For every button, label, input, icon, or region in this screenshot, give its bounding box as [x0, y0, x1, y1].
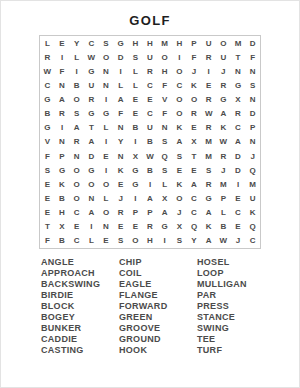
grid-cell-k8[interactable]: X	[187, 135, 202, 149]
grid-cell-m4[interactable]: R	[216, 78, 231, 92]
grid-cell-k13[interactable]: C	[187, 206, 202, 220]
grid-cell-j8[interactable]: A	[172, 135, 187, 149]
word-item: SWING	[197, 323, 247, 334]
grid-cell-n10[interactable]: D	[231, 163, 246, 177]
grid-cell-d8[interactable]: A	[84, 135, 99, 149]
grid-cell-j12[interactable]: O	[172, 191, 187, 205]
grid-cell-g3[interactable]: L	[128, 64, 143, 78]
grid-cell-a4[interactable]: C	[40, 78, 55, 92]
grid-cell-b5[interactable]: A	[55, 93, 70, 107]
grid-cell-h1[interactable]: H	[143, 36, 158, 50]
grid-cell-b2[interactable]: I	[55, 50, 70, 64]
grid-cell-m13[interactable]: L	[216, 206, 231, 220]
grid-cell-n6[interactable]: R	[231, 107, 246, 121]
grid-cell-o4[interactable]: S	[245, 78, 260, 92]
grid-cell-b7[interactable]: I	[55, 121, 70, 135]
grid-cell-m14[interactable]: B	[216, 220, 231, 234]
word-item: GREEN	[119, 312, 197, 323]
grid-cell-d12[interactable]: N	[84, 191, 99, 205]
grid-cell-m5[interactable]: G	[216, 93, 231, 107]
grid-cell-n13[interactable]: C	[231, 206, 246, 220]
grid-cell-o7[interactable]: P	[245, 121, 260, 135]
grid-cell-b8[interactable]: N	[55, 135, 70, 149]
grid-cell-f11[interactable]: E	[113, 177, 128, 191]
word-item: HOOK	[119, 345, 197, 356]
grid-cell-k15[interactable]: Y	[187, 234, 202, 248]
word-list: ANGLEAPPROACHBACKSWINGBIRDIEBLOCKBOGEYBU…	[41, 257, 299, 356]
word-item: LOOP	[197, 268, 247, 279]
grid-cell-a15[interactable]: F	[40, 234, 55, 248]
letter-grid: LEYCSGHHMHPUOMDRILWODSUOIFRUTFWFIGNILRHO…	[39, 35, 261, 249]
grid-cell-e12[interactable]: L	[99, 191, 114, 205]
grid-cell-g8[interactable]: I	[128, 135, 143, 149]
grid-cell-h10[interactable]: B	[143, 163, 158, 177]
grid-cell-b15[interactable]: B	[55, 234, 70, 248]
grid-cell-m8[interactable]: W	[216, 135, 231, 149]
word-column-1: ANGLEAPPROACHBACKSWINGBIRDIEBLOCKBOGEYBU…	[41, 257, 119, 356]
grid-cell-l6[interactable]: W	[201, 107, 216, 121]
grid-cell-g10[interactable]: G	[128, 163, 143, 177]
grid-cell-o15[interactable]: C	[245, 234, 260, 248]
grid-cell-i13[interactable]: A	[157, 206, 172, 220]
grid-cell-o3[interactable]: N	[245, 64, 260, 78]
grid-cell-d2[interactable]: W	[84, 50, 99, 64]
grid-cell-a1[interactable]: L	[40, 36, 55, 50]
grid-cell-c1[interactable]: Y	[69, 36, 84, 50]
grid-cell-l7[interactable]: R	[201, 121, 216, 135]
grid-cell-g11[interactable]: G	[128, 177, 143, 191]
word-item: GROOVE	[119, 323, 197, 334]
word-item: BUNKER	[41, 323, 119, 334]
grid-cell-c12[interactable]: O	[69, 191, 84, 205]
grid-cell-i15[interactable]: I	[157, 234, 172, 248]
grid-cell-l4[interactable]: E	[201, 78, 216, 92]
grid-cell-j10[interactable]: E	[172, 163, 187, 177]
grid-cell-f2[interactable]: D	[113, 50, 128, 64]
grid-cell-b4[interactable]: N	[55, 78, 70, 92]
grid-cell-n8[interactable]: A	[231, 135, 246, 149]
grid-cell-m10[interactable]: J	[216, 163, 231, 177]
grid-cell-k10[interactable]: E	[187, 163, 202, 177]
grid-cell-a10[interactable]: S	[40, 163, 55, 177]
grid-cell-e13[interactable]: O	[99, 206, 114, 220]
grid-cell-g13[interactable]: P	[128, 206, 143, 220]
grid-cell-k1[interactable]: P	[187, 36, 202, 50]
grid-cell-i12[interactable]: X	[157, 191, 172, 205]
grid-cell-c7[interactable]: A	[69, 121, 84, 135]
grid-cell-g9[interactable]: X	[128, 149, 143, 163]
grid-cell-c2[interactable]: L	[69, 50, 84, 64]
grid-cell-a7[interactable]: G	[40, 121, 55, 135]
grid-cell-n15[interactable]: J	[231, 234, 246, 248]
grid-cell-c6[interactable]: S	[69, 107, 84, 121]
grid-cell-g14[interactable]: E	[128, 220, 143, 234]
grid-cell-d1[interactable]: C	[84, 36, 99, 50]
grid-cell-a6[interactable]: B	[40, 107, 55, 121]
grid-cell-c15[interactable]: C	[69, 234, 84, 248]
grid-cell-o1[interactable]: D	[245, 36, 260, 50]
grid-cell-a9[interactable]: F	[40, 149, 55, 163]
grid-cell-f5[interactable]: A	[113, 93, 128, 107]
grid-cell-i7[interactable]: N	[157, 121, 172, 135]
grid-cell-i5[interactable]: V	[157, 93, 172, 107]
grid-cell-e15[interactable]: E	[99, 234, 114, 248]
grid-cell-j7[interactable]: K	[172, 121, 187, 135]
grid-cell-l2[interactable]: R	[201, 50, 216, 64]
grid-cell-b10[interactable]: G	[55, 163, 70, 177]
grid-cell-m15[interactable]: W	[216, 234, 231, 248]
grid-cell-o11[interactable]: M	[245, 177, 260, 191]
grid-cell-e3[interactable]: N	[99, 64, 114, 78]
grid-cell-e14[interactable]: N	[99, 220, 114, 234]
grid-cell-h9[interactable]: W	[143, 149, 158, 163]
word-item: COIL	[119, 268, 197, 279]
word-item: STANCE	[197, 312, 247, 323]
grid-cell-k6[interactable]: R	[187, 107, 202, 121]
grid-cell-b1[interactable]: E	[55, 36, 70, 50]
grid-cell-c4[interactable]: B	[69, 78, 84, 92]
grid-cell-i2[interactable]: O	[157, 50, 172, 64]
grid-cell-f15[interactable]: S	[113, 234, 128, 248]
grid-cell-n11[interactable]: I	[231, 177, 246, 191]
word-item: BOGEY	[41, 312, 119, 323]
grid-cell-c14[interactable]: E	[69, 220, 84, 234]
grid-cell-e5[interactable]: I	[99, 93, 114, 107]
grid-cell-j1[interactable]: H	[172, 36, 187, 50]
word-item: BLOCK	[41, 301, 119, 312]
grid-cell-e9[interactable]: E	[99, 149, 114, 163]
grid-cell-d10[interactable]: G	[84, 163, 99, 177]
grid-cell-j15[interactable]: S	[172, 234, 187, 248]
word-item: FLANGE	[119, 290, 197, 301]
grid-cell-n14[interactable]: E	[231, 220, 246, 234]
grid-cell-a3[interactable]: W	[40, 64, 55, 78]
grid-cell-a13[interactable]: E	[40, 206, 55, 220]
grid-cell-d3[interactable]: G	[84, 64, 99, 78]
grid-cell-g2[interactable]: S	[128, 50, 143, 64]
grid-cell-b11[interactable]: K	[55, 177, 70, 191]
grid-cell-k5[interactable]: O	[187, 93, 202, 107]
grid-cell-h7[interactable]: U	[143, 121, 158, 135]
grid-cell-i11[interactable]: L	[157, 177, 172, 191]
grid-cell-e1[interactable]: S	[99, 36, 114, 50]
grid-cell-i10[interactable]: S	[157, 163, 172, 177]
grid-cell-e11[interactable]: O	[99, 177, 114, 191]
grid-cell-h2[interactable]: U	[143, 50, 158, 64]
grid-cell-j11[interactable]: K	[172, 177, 187, 191]
grid-cell-e4[interactable]: N	[99, 78, 114, 92]
grid-cell-m6[interactable]: A	[216, 107, 231, 121]
grid-cell-j2[interactable]: I	[172, 50, 187, 64]
grid-cell-o6[interactable]: D	[245, 107, 260, 121]
grid-cell-o8[interactable]: N	[245, 135, 260, 149]
grid-cell-m7[interactable]: K	[216, 121, 231, 135]
grid-cell-b14[interactable]: X	[55, 220, 70, 234]
grid-cell-f13[interactable]: R	[113, 206, 128, 220]
word-item: CASTING	[41, 345, 119, 356]
grid-cell-d4[interactable]: U	[84, 78, 99, 92]
grid-cell-d15[interactable]: L	[84, 234, 99, 248]
grid-cell-f14[interactable]: E	[113, 220, 128, 234]
grid-cell-m1[interactable]: O	[216, 36, 231, 50]
grid-cell-e7[interactable]: L	[99, 121, 114, 135]
grid-cell-g6[interactable]: E	[128, 107, 143, 121]
grid-cell-k4[interactable]: K	[187, 78, 202, 92]
grid-cell-f10[interactable]: K	[113, 163, 128, 177]
grid-cell-l15[interactable]: A	[201, 234, 216, 248]
grid-cell-g15[interactable]: O	[128, 234, 143, 248]
grid-cell-l9[interactable]: M	[201, 149, 216, 163]
word-item: CHIP	[119, 257, 197, 268]
grid-cell-f8[interactable]: Y	[113, 135, 128, 149]
grid-cell-h6[interactable]: C	[143, 107, 158, 121]
grid-cell-e10[interactable]: I	[99, 163, 114, 177]
grid-cell-b6[interactable]: R	[55, 107, 70, 121]
grid-cell-c11[interactable]: O	[69, 177, 84, 191]
grid-cell-o14[interactable]: Q	[245, 220, 260, 234]
grid-cell-n4[interactable]: G	[231, 78, 246, 92]
word-item: ANGLE	[41, 257, 119, 268]
grid-cell-o10[interactable]: Q	[245, 163, 260, 177]
grid-cell-n12[interactable]: E	[231, 191, 246, 205]
grid-cell-k11[interactable]: A	[187, 177, 202, 191]
grid-cell-l5[interactable]: R	[201, 93, 216, 107]
grid-cell-c13[interactable]: C	[69, 206, 84, 220]
grid-cell-j5[interactable]: O	[172, 93, 187, 107]
grid-cell-h3[interactable]: R	[143, 64, 158, 78]
grid-cell-n9[interactable]: D	[231, 149, 246, 163]
grid-cell-o5[interactable]: N	[245, 93, 260, 107]
grid-cell-h11[interactable]: I	[143, 177, 158, 191]
grid-cell-a12[interactable]: E	[40, 191, 55, 205]
grid-cell-e2[interactable]: O	[99, 50, 114, 64]
grid-cell-g5[interactable]: E	[128, 93, 143, 107]
grid-cell-h12[interactable]: A	[143, 191, 158, 205]
word-item: CADDIE	[41, 334, 119, 345]
grid-cell-h15[interactable]: H	[143, 234, 158, 248]
grid-cell-c10[interactable]: O	[69, 163, 84, 177]
word-item: BACKSWING	[41, 279, 119, 290]
grid-cell-n2[interactable]: T	[231, 50, 246, 64]
word-item: TURF	[197, 345, 247, 356]
grid-cell-g4[interactable]: L	[128, 78, 143, 92]
grid-cell-l8[interactable]: M	[201, 135, 216, 149]
grid-cell-b13[interactable]: H	[55, 206, 70, 220]
grid-cell-i3[interactable]: H	[157, 64, 172, 78]
grid-cell-j4[interactable]: C	[172, 78, 187, 92]
grid-cell-n3[interactable]: N	[231, 64, 246, 78]
grid-cell-i9[interactable]: Q	[157, 149, 172, 163]
grid-cell-f9[interactable]: N	[113, 149, 128, 163]
word-item: HOSEL	[197, 257, 247, 268]
word-item: GROUND	[119, 334, 197, 345]
grid-cell-m3[interactable]: J	[216, 64, 231, 78]
grid-cell-m12[interactable]: P	[216, 191, 231, 205]
grid-cell-h14[interactable]: R	[143, 220, 158, 234]
grid-cell-a2[interactable]: R	[40, 50, 55, 64]
grid-cell-h13[interactable]: P	[143, 206, 158, 220]
grid-cell-b9[interactable]: P	[55, 149, 70, 163]
word-item: TEE	[197, 334, 247, 345]
grid-cell-l14[interactable]: K	[201, 220, 216, 234]
grid-cell-f4[interactable]: L	[113, 78, 128, 92]
word-item: EAGLE	[119, 279, 197, 290]
word-search-page: GOLF LEYCSGHHMHPUOMDRILWODSUOIFRUTFWFIGN…	[0, 0, 300, 388]
grid-cell-i6[interactable]: F	[157, 107, 172, 121]
grid-cell-f7[interactable]: N	[113, 121, 128, 135]
grid-cell-c8[interactable]: R	[69, 135, 84, 149]
grid-cell-k9[interactable]: T	[187, 149, 202, 163]
grid-cell-g12[interactable]: I	[128, 191, 143, 205]
grid-cell-a14[interactable]: T	[40, 220, 55, 234]
word-column-2: CHIPCOILEAGLEFLANGEFORWARDGREENGROOVEGRO…	[119, 257, 197, 356]
grid-cell-n7[interactable]: C	[231, 121, 246, 135]
grid-cell-l3[interactable]: I	[201, 64, 216, 78]
grid-cell-k7[interactable]: E	[187, 121, 202, 135]
grid-cell-a11[interactable]: E	[40, 177, 55, 191]
puzzle-title: GOLF	[1, 1, 299, 28]
grid-cell-k3[interactable]: J	[187, 64, 202, 78]
grid-cell-j9[interactable]: S	[172, 149, 187, 163]
grid-cell-k2[interactable]: F	[187, 50, 202, 64]
grid-cell-f12[interactable]: J	[113, 191, 128, 205]
grid-cell-a5[interactable]: G	[40, 93, 55, 107]
grid-cell-l13[interactable]: A	[201, 206, 216, 220]
grid-cell-o9[interactable]: J	[245, 149, 260, 163]
grid-cell-m9[interactable]: R	[216, 149, 231, 163]
word-item: PRESS	[197, 301, 247, 312]
grid-cell-m2[interactable]: U	[216, 50, 231, 64]
grid-cell-l11[interactable]: R	[201, 177, 216, 191]
grid-cell-o13[interactable]: K	[245, 206, 260, 220]
grid-cell-j14[interactable]: X	[172, 220, 187, 234]
word-item: BIRDIE	[41, 290, 119, 301]
grid-cell-o12[interactable]: U	[245, 191, 260, 205]
grid-cell-f6[interactable]: F	[113, 107, 128, 121]
grid-cell-f1[interactable]: G	[113, 36, 128, 50]
grid-cell-c5[interactable]: O	[69, 93, 84, 107]
grid-cell-i14[interactable]: G	[157, 220, 172, 234]
grid-cell-j6[interactable]: O	[172, 107, 187, 121]
grid-cell-n5[interactable]: X	[231, 93, 246, 107]
word-item: APPROACH	[41, 268, 119, 279]
grid-cell-b3[interactable]: F	[55, 64, 70, 78]
word-column-3: HOSELLOOPMULLIGANPARPRESSSTANCESWINGTEET…	[197, 257, 247, 356]
grid-cell-g7[interactable]: B	[128, 121, 143, 135]
grid-cell-d7[interactable]: T	[84, 121, 99, 135]
grid-cell-h5[interactable]: E	[143, 93, 158, 107]
grid-cell-d14[interactable]: I	[84, 220, 99, 234]
grid-cell-n1[interactable]: M	[231, 36, 246, 50]
grid-cell-o2[interactable]: F	[245, 50, 260, 64]
grid-cell-h8[interactable]: B	[143, 135, 158, 149]
grid-cell-d13[interactable]: A	[84, 206, 99, 220]
grid-cell-j13[interactable]: J	[172, 206, 187, 220]
grid-cell-h4[interactable]: C	[143, 78, 158, 92]
grid-cell-e8[interactable]: I	[99, 135, 114, 149]
grid-cell-e6[interactable]: G	[99, 107, 114, 121]
grid-cell-c9[interactable]: N	[69, 149, 84, 163]
word-item: PAR	[197, 290, 247, 301]
grid-cell-d9[interactable]: D	[84, 149, 99, 163]
grid-cell-a8[interactable]: V	[40, 135, 55, 149]
grid-cell-l1[interactable]: U	[201, 36, 216, 50]
grid-cell-k14[interactable]: Q	[187, 220, 202, 234]
grid-cell-d5[interactable]: R	[84, 93, 99, 107]
grid-cell-g1[interactable]: H	[128, 36, 143, 50]
grid-cell-l12[interactable]: G	[201, 191, 216, 205]
grid-cell-m11[interactable]: M	[216, 177, 231, 191]
grid-cell-i1[interactable]: M	[157, 36, 172, 50]
grid-cell-d6[interactable]: G	[84, 107, 99, 121]
grid-cell-f3[interactable]: I	[113, 64, 128, 78]
grid-cell-j3[interactable]: O	[172, 64, 187, 78]
word-item: MULLIGAN	[197, 279, 247, 290]
grid-cell-b12[interactable]: B	[55, 191, 70, 205]
grid-cell-l10[interactable]: S	[201, 163, 216, 177]
grid-cell-k12[interactable]: C	[187, 191, 202, 205]
grid-cell-i4[interactable]: F	[157, 78, 172, 92]
word-item: FORWARD	[119, 301, 197, 312]
grid-cell-c3[interactable]: I	[69, 64, 84, 78]
grid-cell-i8[interactable]: S	[157, 135, 172, 149]
grid-cell-d11[interactable]: O	[84, 177, 99, 191]
